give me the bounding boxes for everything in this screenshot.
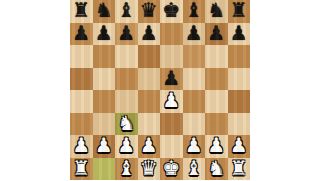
black-king-icon[interactable]: ♚ — [162, 0, 180, 20]
square-g5[interactable] — [205, 68, 228, 91]
black-queen-icon[interactable]: ♛ — [140, 0, 158, 20]
square-c2[interactable]: ♟ — [115, 135, 138, 158]
black-pawn-icon[interactable]: ♟ — [230, 23, 248, 43]
square-e3[interactable] — [160, 113, 183, 136]
square-b6[interactable] — [93, 45, 116, 68]
square-h7[interactable]: ♟ — [228, 23, 251, 46]
square-d4[interactable] — [138, 90, 161, 113]
square-c7[interactable]: ♟ — [115, 23, 138, 46]
square-e2[interactable] — [160, 135, 183, 158]
square-b1[interactable] — [93, 158, 116, 181]
square-f6[interactable] — [183, 45, 206, 68]
square-h2[interactable]: ♟ — [228, 135, 251, 158]
square-e8[interactable]: ♚ — [160, 0, 183, 23]
square-h8[interactable]: ♜ — [228, 0, 251, 23]
square-e4[interactable]: ♟ — [160, 90, 183, 113]
square-c8[interactable]: ♝ — [115, 0, 138, 23]
white-knight-icon[interactable]: ♞ — [117, 113, 135, 133]
square-g1[interactable]: ♞ — [205, 158, 228, 181]
square-d8[interactable]: ♛ — [138, 0, 161, 23]
black-pawn-icon[interactable]: ♟ — [95, 23, 113, 43]
white-pawn-icon[interactable]: ♟ — [140, 135, 158, 155]
square-g6[interactable] — [205, 45, 228, 68]
square-g3[interactable] — [205, 113, 228, 136]
black-bishop-icon[interactable]: ♝ — [117, 0, 135, 20]
black-pawn-icon[interactable]: ♟ — [185, 23, 203, 43]
square-d1[interactable]: ♛ — [138, 158, 161, 181]
square-d5[interactable] — [138, 68, 161, 91]
black-pawn-icon[interactable]: ♟ — [207, 23, 225, 43]
square-b7[interactable]: ♟ — [93, 23, 116, 46]
square-h6[interactable] — [228, 45, 251, 68]
white-rook-icon[interactable]: ♜ — [72, 158, 90, 178]
black-bishop-icon[interactable]: ♝ — [185, 0, 203, 20]
square-a7[interactable]: ♟ — [70, 23, 93, 46]
square-f5[interactable] — [183, 68, 206, 91]
square-d7[interactable]: ♟ — [138, 23, 161, 46]
white-knight-icon[interactable]: ♞ — [207, 158, 225, 178]
square-a3[interactable] — [70, 113, 93, 136]
white-pawn-icon[interactable]: ♟ — [185, 135, 203, 155]
square-a8[interactable]: ♜ — [70, 0, 93, 23]
square-d2[interactable]: ♟ — [138, 135, 161, 158]
square-f2[interactable]: ♟ — [183, 135, 206, 158]
square-b8[interactable]: ♞ — [93, 0, 116, 23]
white-bishop-icon[interactable]: ♝ — [117, 158, 135, 178]
black-rook-icon[interactable]: ♜ — [72, 0, 90, 20]
square-h1[interactable]: ♜ — [228, 158, 251, 181]
square-b5[interactable] — [93, 68, 116, 91]
black-pawn-icon[interactable]: ♟ — [162, 68, 180, 88]
square-f4[interactable] — [183, 90, 206, 113]
square-c5[interactable] — [115, 68, 138, 91]
square-f7[interactable]: ♟ — [183, 23, 206, 46]
square-d6[interactable] — [138, 45, 161, 68]
black-pawn-icon[interactable]: ♟ — [117, 23, 135, 43]
white-pawn-icon[interactable]: ♟ — [95, 135, 113, 155]
white-pawn-icon[interactable]: ♟ — [72, 135, 90, 155]
square-h3[interactable] — [228, 113, 251, 136]
square-e7[interactable] — [160, 23, 183, 46]
square-c3[interactable]: ♞ — [115, 113, 138, 136]
square-a5[interactable] — [70, 68, 93, 91]
chess-board: ♜♞♝♛♚♝♞♜♟♟♟♟♟♟♟♟♟♞♟♟♟♟♟♟♟♜♝♛♚♝♞♜ — [70, 0, 250, 180]
white-king-icon[interactable]: ♚ — [162, 158, 180, 178]
square-b3[interactable] — [93, 113, 116, 136]
square-g8[interactable]: ♞ — [205, 0, 228, 23]
square-a2[interactable]: ♟ — [70, 135, 93, 158]
chess-app-window: ♜♞♝♛♚♝♞♜♟♟♟♟♟♟♟♟♟♞♟♟♟♟♟♟♟♜♝♛♚♝♞♜ — [0, 0, 320, 180]
square-c6[interactable] — [115, 45, 138, 68]
square-d3[interactable] — [138, 113, 161, 136]
white-pawn-icon[interactable]: ♟ — [117, 135, 135, 155]
square-h4[interactable] — [228, 90, 251, 113]
square-f3[interactable] — [183, 113, 206, 136]
white-pawn-icon[interactable]: ♟ — [207, 135, 225, 155]
square-e6[interactable] — [160, 45, 183, 68]
square-b4[interactable] — [93, 90, 116, 113]
square-f8[interactable]: ♝ — [183, 0, 206, 23]
square-g7[interactable]: ♟ — [205, 23, 228, 46]
white-rook-icon[interactable]: ♜ — [230, 158, 248, 178]
black-rook-icon[interactable]: ♜ — [230, 0, 248, 20]
black-pawn-icon[interactable]: ♟ — [140, 23, 158, 43]
square-h5[interactable] — [228, 68, 251, 91]
white-bishop-icon[interactable]: ♝ — [185, 158, 203, 178]
square-a4[interactable] — [70, 90, 93, 113]
square-g4[interactable] — [205, 90, 228, 113]
black-knight-icon[interactable]: ♞ — [207, 0, 225, 20]
square-c1[interactable]: ♝ — [115, 158, 138, 181]
square-a1[interactable]: ♜ — [70, 158, 93, 181]
black-pawn-icon[interactable]: ♟ — [72, 23, 90, 43]
white-pawn-icon[interactable]: ♟ — [162, 90, 180, 110]
square-e5[interactable]: ♟ — [160, 68, 183, 91]
square-a6[interactable] — [70, 45, 93, 68]
square-e1[interactable]: ♚ — [160, 158, 183, 181]
square-c4[interactable] — [115, 90, 138, 113]
square-b2[interactable]: ♟ — [93, 135, 116, 158]
square-g2[interactable]: ♟ — [205, 135, 228, 158]
white-pawn-icon[interactable]: ♟ — [230, 135, 248, 155]
white-queen-icon[interactable]: ♛ — [140, 158, 158, 178]
square-f1[interactable]: ♝ — [183, 158, 206, 181]
black-knight-icon[interactable]: ♞ — [95, 0, 113, 20]
